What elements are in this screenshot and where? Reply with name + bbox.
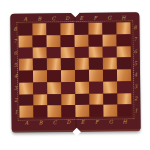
rank-labels-right: 87654321 xyxy=(132,22,138,116)
rank-label: 7 xyxy=(13,35,18,47)
square-d4[interactable] xyxy=(61,70,75,82)
square-f2[interactable] xyxy=(89,93,103,105)
file-label: G xyxy=(104,118,118,125)
square-a7[interactable] xyxy=(19,35,33,47)
square-e1[interactable] xyxy=(75,105,89,117)
square-d8[interactable] xyxy=(60,23,74,35)
square-d5[interactable] xyxy=(61,58,75,70)
square-d1[interactable] xyxy=(61,105,75,117)
rank-label: 1 xyxy=(13,106,18,118)
square-g3[interactable] xyxy=(103,81,117,93)
square-b5[interactable] xyxy=(33,59,47,71)
square-f8[interactable] xyxy=(88,23,102,35)
board-grid xyxy=(18,22,131,117)
square-a5[interactable] xyxy=(19,59,33,71)
square-h7[interactable] xyxy=(117,34,131,46)
square-h2[interactable] xyxy=(117,93,131,105)
square-g4[interactable] xyxy=(103,69,117,81)
rank-label: 2 xyxy=(13,94,18,106)
square-c2[interactable] xyxy=(47,94,61,106)
rank-label: 8 xyxy=(132,22,137,34)
square-a2[interactable] xyxy=(19,94,33,106)
photo-background: ABCDEFGH ABCDEFGH 87654321 87654321 xyxy=(0,0,150,150)
file-label: F xyxy=(88,15,102,21)
square-h1[interactable] xyxy=(117,105,131,117)
square-d7[interactable] xyxy=(61,35,75,47)
square-b3[interactable] xyxy=(33,82,47,94)
file-label: G xyxy=(102,15,116,21)
square-b8[interactable] xyxy=(32,23,46,35)
square-e5[interactable] xyxy=(75,58,89,70)
file-label: D xyxy=(60,16,74,22)
rank-label: 4 xyxy=(13,71,18,83)
square-b6[interactable] xyxy=(33,47,47,59)
square-a8[interactable] xyxy=(18,24,32,36)
square-h5[interactable] xyxy=(117,58,131,70)
square-e4[interactable] xyxy=(75,70,89,82)
square-c7[interactable] xyxy=(47,35,61,47)
square-f3[interactable] xyxy=(89,81,103,93)
file-label: H xyxy=(116,15,130,21)
rank-label: 2 xyxy=(133,93,138,105)
square-c5[interactable] xyxy=(47,58,61,70)
square-g8[interactable] xyxy=(102,22,116,34)
square-h8[interactable] xyxy=(116,22,130,34)
square-f5[interactable] xyxy=(89,58,103,70)
file-label: E xyxy=(74,15,88,21)
square-h4[interactable] xyxy=(117,69,131,81)
rank-label: 7 xyxy=(133,34,138,46)
square-c1[interactable] xyxy=(47,105,61,117)
square-e6[interactable] xyxy=(75,46,89,58)
square-c3[interactable] xyxy=(47,82,61,94)
rank-label: 1 xyxy=(133,104,138,116)
square-g1[interactable] xyxy=(103,105,117,117)
file-label: A xyxy=(20,119,34,126)
rank-label: 6 xyxy=(133,46,138,58)
fold-notch-bottom xyxy=(72,128,80,136)
file-label: C xyxy=(46,16,60,22)
square-h3[interactable] xyxy=(117,81,131,93)
square-f6[interactable] xyxy=(89,46,103,58)
file-label: B xyxy=(34,119,48,126)
square-c8[interactable] xyxy=(46,23,60,35)
square-h6[interactable] xyxy=(117,46,131,58)
file-label: C xyxy=(48,119,62,126)
square-b2[interactable] xyxy=(33,94,47,106)
square-c6[interactable] xyxy=(47,47,61,59)
square-d2[interactable] xyxy=(61,94,75,106)
rank-label: 5 xyxy=(133,57,138,69)
square-f4[interactable] xyxy=(89,70,103,82)
rank-label: 4 xyxy=(133,69,138,81)
square-f7[interactable] xyxy=(89,34,103,46)
square-g5[interactable] xyxy=(103,58,117,70)
rank-label: 5 xyxy=(13,59,18,71)
square-a4[interactable] xyxy=(19,71,33,83)
square-b4[interactable] xyxy=(33,70,47,82)
file-labels-bottom: ABCDEFGH xyxy=(20,118,132,126)
square-g6[interactable] xyxy=(103,46,117,58)
square-a1[interactable] xyxy=(19,106,33,118)
rank-label: 3 xyxy=(13,82,18,94)
square-e3[interactable] xyxy=(75,82,89,94)
rank-label: 8 xyxy=(12,24,17,36)
square-c4[interactable] xyxy=(47,70,61,82)
square-b7[interactable] xyxy=(33,35,47,47)
square-d3[interactable] xyxy=(61,82,75,94)
square-b1[interactable] xyxy=(33,106,47,118)
file-label: E xyxy=(76,118,90,125)
file-label: H xyxy=(118,118,132,125)
rank-label: 6 xyxy=(13,47,18,59)
chess-board: ABCDEFGH ABCDEFGH 87654321 87654321 xyxy=(10,12,140,133)
rank-label: 3 xyxy=(133,81,138,93)
file-label: D xyxy=(62,119,76,126)
square-f1[interactable] xyxy=(89,105,103,117)
square-g7[interactable] xyxy=(103,34,117,46)
square-a6[interactable] xyxy=(19,47,33,59)
square-d6[interactable] xyxy=(61,47,75,59)
square-g2[interactable] xyxy=(103,93,117,105)
file-label: A xyxy=(18,16,32,22)
square-e8[interactable] xyxy=(74,23,88,35)
square-e7[interactable] xyxy=(75,35,89,47)
file-label: B xyxy=(32,16,46,22)
square-e2[interactable] xyxy=(75,93,89,105)
square-a3[interactable] xyxy=(19,82,33,94)
file-label: F xyxy=(90,118,104,125)
